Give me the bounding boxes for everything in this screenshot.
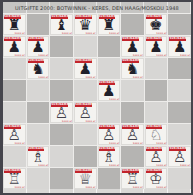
square-g8: SURINAME♚1000 sf bbox=[145, 14, 168, 35]
square-a5 bbox=[3, 80, 26, 101]
square-b2: SURINAME♗1000 sf bbox=[27, 146, 50, 167]
square-c4: SURINAME♙1000 sf bbox=[50, 102, 73, 123]
square-c5 bbox=[50, 80, 73, 101]
square-e1 bbox=[98, 168, 121, 189]
stamp-country-label: SURINAME bbox=[122, 59, 139, 63]
square-a7: SURINAME♟1000 sf bbox=[3, 36, 26, 57]
stamp-country-label: SURINAME bbox=[146, 125, 163, 129]
stamp-country-label: SURINAME bbox=[28, 37, 45, 41]
square-d8: SURINAME♛1000 sf bbox=[74, 14, 97, 35]
stamp-value-label: 1000 sf bbox=[109, 32, 119, 35]
stamp-country-label: SURINAME bbox=[122, 125, 139, 129]
square-h1 bbox=[168, 168, 191, 189]
stamp-d8: SURINAME♛1000 sf bbox=[74, 14, 97, 35]
stamp-country-label: SURINAME bbox=[75, 15, 92, 19]
square-g7: SURINAME♟1000 sf bbox=[145, 36, 168, 57]
square-d7 bbox=[74, 36, 97, 57]
square-b6: SURINAME♞1000 sf bbox=[27, 58, 50, 79]
stamp-country-label: SURINAME bbox=[146, 15, 163, 19]
stamp-a8: SURINAME♜1000 sf bbox=[3, 14, 26, 35]
chess-board: SURINAME♜1000 sfSURINAME♝1000 sfSURINAME… bbox=[3, 13, 191, 189]
square-e2: SURINAME♗1000 sf bbox=[98, 146, 121, 167]
stamp-value-label: 1000 sf bbox=[15, 54, 25, 57]
stamp-g7: SURINAME♟1000 sf bbox=[145, 36, 168, 57]
square-h6 bbox=[168, 58, 191, 79]
square-e5: SURINAME♟1000 sf bbox=[98, 80, 121, 101]
square-e4 bbox=[98, 102, 121, 123]
square-h2: SURINAME♙1000 sf bbox=[168, 146, 191, 167]
stamp-country-label: SURINAME bbox=[51, 15, 68, 19]
square-b7: SURINAME♟1000 sf bbox=[27, 36, 50, 57]
stamp-h7: SURINAME♟1000 sf bbox=[168, 36, 191, 57]
stamp-country-label: SURINAME bbox=[146, 169, 163, 173]
stamp-sheet: UITGIFTE 2000: BOTWINNIK - KERES, DEN HA… bbox=[3, 2, 191, 193]
square-a3: SURINAME♙1000 sf bbox=[3, 124, 26, 145]
stamp-value-label: 1000 sf bbox=[38, 54, 48, 57]
stamp-value-label: 1000 sf bbox=[38, 164, 48, 167]
square-a6 bbox=[3, 58, 26, 79]
square-h4 bbox=[168, 102, 191, 123]
square-d5 bbox=[74, 80, 97, 101]
stamp-g2: SURINAME♙1000 sf bbox=[145, 146, 168, 167]
stamp-f6: SURINAME♞1000 sf bbox=[121, 58, 144, 79]
stamp-f3: SURINAME♙1000 sf bbox=[121, 124, 144, 145]
stamp-e5: SURINAME♟1000 sf bbox=[98, 80, 121, 101]
stamp-d1: SURINAME♕1000 sf bbox=[74, 168, 97, 189]
stamp-g1: SURINAME♔1000 sf bbox=[145, 168, 168, 189]
stamp-country-label: SURINAME bbox=[51, 103, 68, 107]
stamp-value-label: 1000 sf bbox=[133, 54, 143, 57]
square-c6 bbox=[50, 58, 73, 79]
stamp-value-label: 1000 sf bbox=[15, 142, 25, 145]
stamp-value-label: 1000 sf bbox=[62, 120, 72, 123]
stamp-h2: SURINAME♙1000 sf bbox=[168, 146, 191, 167]
stamp-value-label: 1000 sf bbox=[38, 76, 48, 79]
square-c1 bbox=[50, 168, 73, 189]
square-b3 bbox=[27, 124, 50, 145]
stamp-value-label: 1000 sf bbox=[156, 142, 166, 145]
stamp-g3: SURINAME♘1000 sf bbox=[145, 124, 168, 145]
stamp-c8: SURINAME♝1000 sf bbox=[50, 14, 73, 35]
stamp-e3: SURINAME♙1000 sf bbox=[98, 124, 121, 145]
stamp-country-label: SURINAME bbox=[146, 37, 163, 41]
square-f3: SURINAME♙1000 sf bbox=[121, 124, 144, 145]
stamp-a3: SURINAME♙1000 sf bbox=[3, 124, 26, 145]
stamp-country-label: SURINAME bbox=[99, 15, 116, 19]
stamp-value-label: 1000 sf bbox=[85, 186, 95, 189]
stamp-value-label: 1000 sf bbox=[85, 120, 95, 123]
square-b8 bbox=[27, 14, 50, 35]
sheet-header: UITGIFTE 2000: BOTWINNIK - KERES, DEN HA… bbox=[3, 2, 191, 13]
stamp-country-label: SURINAME bbox=[122, 37, 139, 41]
stamp-sheet-frame: UITGIFTE 2000: BOTWINNIK - KERES, DEN HA… bbox=[0, 0, 193, 195]
stamp-value-label: 1000 sf bbox=[109, 142, 119, 145]
stamp-value-label: 1000 sf bbox=[109, 164, 119, 167]
stamp-b7: SURINAME♟1000 sf bbox=[27, 36, 50, 57]
stamp-value-label: 1000 sf bbox=[133, 186, 143, 189]
square-f5 bbox=[121, 80, 144, 101]
square-f2 bbox=[121, 146, 144, 167]
stamp-value-label: 1000 sf bbox=[133, 142, 143, 145]
square-c7 bbox=[50, 36, 73, 57]
square-a2 bbox=[3, 146, 26, 167]
stamp-b2: SURINAME♗1000 sf bbox=[27, 146, 50, 167]
stamp-country-label: SURINAME bbox=[75, 59, 92, 63]
square-h8 bbox=[168, 14, 191, 35]
stamp-value-label: 1000 sf bbox=[85, 76, 95, 79]
square-d6: SURINAME♟1000 sf bbox=[74, 58, 97, 79]
stamp-f1: SURINAME♖1000 sf bbox=[121, 168, 144, 189]
square-e3: SURINAME♙1000 sf bbox=[98, 124, 121, 145]
square-f6: SURINAME♞1000 sf bbox=[121, 58, 144, 79]
square-h3 bbox=[168, 124, 191, 145]
stamp-a1: SURINAME♖1000 sf bbox=[3, 168, 26, 189]
stamp-country-label: SURINAME bbox=[4, 169, 21, 173]
sheet-title: UITGIFTE 2000: BOTWINNIK - KERES, DEN HA… bbox=[15, 5, 179, 11]
stamp-country-label: SURINAME bbox=[4, 125, 21, 129]
stamp-country-label: SURINAME bbox=[75, 169, 92, 173]
stamp-c4: SURINAME♙1000 sf bbox=[50, 102, 73, 123]
square-d1: SURINAME♕1000 sf bbox=[74, 168, 97, 189]
stamp-country-label: SURINAME bbox=[169, 37, 186, 41]
stamp-value-label: 1000 sf bbox=[85, 32, 95, 35]
square-f4 bbox=[121, 102, 144, 123]
stamp-value-label: 1000 sf bbox=[180, 54, 190, 57]
square-d3 bbox=[74, 124, 97, 145]
square-h5 bbox=[168, 80, 191, 101]
square-g2: SURINAME♙1000 sf bbox=[145, 146, 168, 167]
stamp-value-label: 1000 sf bbox=[156, 54, 166, 57]
stamp-value-label: 1000 sf bbox=[109, 98, 119, 101]
square-g4 bbox=[145, 102, 168, 123]
stamp-country-label: SURINAME bbox=[4, 37, 21, 41]
square-b4 bbox=[27, 102, 50, 123]
stamp-country-label: SURINAME bbox=[99, 147, 116, 151]
stamp-f7: SURINAME♟1000 sf bbox=[121, 36, 144, 57]
stamp-value-label: 1000 sf bbox=[133, 76, 143, 79]
square-c2 bbox=[50, 146, 73, 167]
stamp-country-label: SURINAME bbox=[122, 169, 139, 173]
square-g3: SURINAME♘1000 sf bbox=[145, 124, 168, 145]
square-f7: SURINAME♟1000 sf bbox=[121, 36, 144, 57]
stamp-e8: SURINAME♜1000 sf bbox=[98, 14, 121, 35]
sheet-bottom-selvage bbox=[3, 189, 191, 193]
square-e6 bbox=[98, 58, 121, 79]
square-d2 bbox=[74, 146, 97, 167]
stamp-value-label: 1000 sf bbox=[62, 32, 72, 35]
square-g6 bbox=[145, 58, 168, 79]
stamp-value-label: 1000 sf bbox=[180, 164, 190, 167]
square-c3 bbox=[50, 124, 73, 145]
square-g5 bbox=[145, 80, 168, 101]
square-b5 bbox=[27, 80, 50, 101]
square-a8: SURINAME♜1000 sf bbox=[3, 14, 26, 35]
square-f1: SURINAME♖1000 sf bbox=[121, 168, 144, 189]
square-g1: SURINAME♔1000 sf bbox=[145, 168, 168, 189]
square-b1 bbox=[27, 168, 50, 189]
square-d4: SURINAME♙1000 sf bbox=[74, 102, 97, 123]
stamp-a7: SURINAME♟1000 sf bbox=[3, 36, 26, 57]
stamp-country-label: SURINAME bbox=[99, 125, 116, 129]
square-a4 bbox=[3, 102, 26, 123]
stamp-country-label: SURINAME bbox=[75, 103, 92, 107]
stamp-country-label: SURINAME bbox=[99, 81, 116, 85]
square-h7: SURINAME♟1000 sf bbox=[168, 36, 191, 57]
stamp-country-label: SURINAME bbox=[146, 147, 163, 151]
stamp-d4: SURINAME♙1000 sf bbox=[74, 102, 97, 123]
stamp-value-label: 1000 sf bbox=[15, 32, 25, 35]
stamp-d6: SURINAME♟1000 sf bbox=[74, 58, 97, 79]
stamp-country-label: SURINAME bbox=[169, 147, 186, 151]
stamp-g8: SURINAME♚1000 sf bbox=[145, 14, 168, 35]
stamp-b6: SURINAME♞1000 sf bbox=[27, 58, 50, 79]
square-e8: SURINAME♜1000 sf bbox=[98, 14, 121, 35]
stamp-country-label: SURINAME bbox=[4, 15, 21, 19]
square-c8: SURINAME♝1000 sf bbox=[50, 14, 73, 35]
stamp-country-label: SURINAME bbox=[28, 59, 45, 63]
stamp-e2: SURINAME♗1000 sf bbox=[98, 146, 121, 167]
square-a1: SURINAME♖1000 sf bbox=[3, 168, 26, 189]
stamp-value-label: 1000 sf bbox=[156, 186, 166, 189]
stamp-value-label: 1000 sf bbox=[15, 186, 25, 189]
stamp-country-label: SURINAME bbox=[28, 147, 45, 151]
stamp-value-label: 1000 sf bbox=[156, 32, 166, 35]
square-f8 bbox=[121, 14, 144, 35]
square-e7 bbox=[98, 36, 121, 57]
stamp-value-label: 1000 sf bbox=[156, 164, 166, 167]
